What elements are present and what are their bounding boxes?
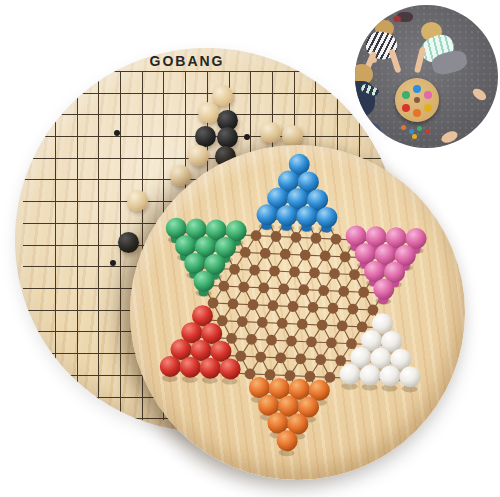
- board-hole: [244, 368, 255, 379]
- board-hole: [300, 249, 311, 260]
- board-hole: [270, 231, 281, 242]
- board-hole: [324, 372, 335, 383]
- board-hole: [347, 303, 358, 314]
- go-stone-black: [118, 232, 139, 253]
- mini-peg-blue: [413, 85, 421, 93]
- kid-right-arm: [414, 47, 426, 74]
- gobang-star-point: [244, 134, 250, 140]
- kid-behind-shirt: [393, 16, 401, 22]
- go-stone-black: [195, 126, 216, 147]
- board-hole: [249, 265, 260, 276]
- board-hole: [297, 319, 308, 330]
- board-hole: [349, 269, 360, 280]
- board-hole: [250, 230, 261, 241]
- board-hole: [226, 333, 237, 344]
- go-stone-natural: [282, 125, 303, 146]
- board-hole: [306, 336, 317, 347]
- scattered-peg: [412, 134, 417, 139]
- board-hole: [329, 268, 340, 279]
- board-hole: [218, 281, 229, 292]
- board-hole: [304, 371, 315, 382]
- board-hole: [229, 264, 240, 275]
- board-hole: [258, 282, 269, 293]
- mini-board-center-hole: [414, 97, 420, 103]
- board-hole: [278, 283, 289, 294]
- board-hole: [260, 248, 271, 259]
- board-hole: [295, 353, 306, 364]
- board-hole: [289, 266, 300, 277]
- board-hole: [337, 320, 348, 331]
- kid-middle-arm-2: [388, 49, 401, 74]
- board-hole: [266, 335, 277, 346]
- board-hole: [264, 369, 275, 380]
- board-hole: [235, 351, 246, 362]
- board-hole: [315, 354, 326, 365]
- board-hole: [257, 317, 268, 328]
- board-hole: [238, 281, 249, 292]
- board-hole: [317, 319, 328, 330]
- hand-right: [471, 87, 488, 103]
- gobang-title: GOBANG: [107, 53, 267, 69]
- mini-peg-orange: [413, 109, 421, 117]
- board-hole: [318, 285, 329, 296]
- board-hole: [310, 233, 321, 244]
- go-stone-natural: [127, 190, 148, 211]
- chinese-checkers-star: [130, 145, 465, 480]
- mini-peg-yellow: [424, 104, 432, 112]
- go-stone-natural: [170, 165, 191, 186]
- go-stone-natural: [188, 145, 209, 166]
- board-hole: [327, 303, 338, 314]
- board-hole: [307, 302, 318, 313]
- board-hole: [277, 318, 288, 329]
- board-hole: [284, 370, 295, 381]
- board-hole: [357, 321, 368, 332]
- board-hole: [358, 287, 369, 298]
- board-hole: [267, 300, 278, 311]
- board-hole: [246, 334, 257, 345]
- board-hole: [275, 352, 286, 363]
- board-hole: [335, 355, 346, 366]
- board-hole: [326, 337, 337, 348]
- board-hole: [298, 284, 309, 295]
- board-hole: [320, 250, 331, 261]
- scattered-peg: [401, 125, 406, 130]
- gobang-star-point: [110, 260, 116, 266]
- board-hole: [287, 301, 298, 312]
- scattered-peg: [417, 126, 422, 131]
- board-hole: [330, 233, 341, 244]
- scattered-peg: [425, 129, 430, 134]
- board-hole: [217, 315, 228, 326]
- shoe: [366, 120, 383, 137]
- board-hole: [269, 265, 280, 276]
- board-hole: [255, 351, 266, 362]
- board-hole: [207, 297, 218, 308]
- mini-peg-green: [402, 91, 410, 99]
- board-hole: [340, 251, 351, 262]
- board-hole: [338, 286, 349, 297]
- mini-peg-red: [402, 104, 410, 112]
- go-stone-natural: [260, 122, 281, 143]
- go-stone-black: [217, 127, 238, 148]
- mini-board: [395, 78, 439, 122]
- kid-left-hand: [368, 57, 377, 63]
- board-hole: [290, 232, 301, 243]
- board-hole: [247, 299, 258, 310]
- go-stone-natural: [212, 85, 233, 106]
- board-hole: [237, 316, 248, 327]
- board-hole: [280, 249, 291, 260]
- hand-bottom: [440, 129, 460, 145]
- board-hole: [309, 267, 320, 278]
- go-stone-natural: [198, 102, 219, 123]
- board-hole: [227, 298, 238, 309]
- board-hole: [286, 335, 297, 346]
- product-photo: GOBANG: [0, 0, 500, 497]
- board-hole: [367, 304, 378, 315]
- gobang-star-point: [114, 130, 120, 136]
- board-hole: [240, 247, 251, 258]
- lifestyle-photo-inset: [355, 5, 498, 148]
- chinese-checkers-board: [130, 145, 465, 480]
- board-hole: [346, 338, 357, 349]
- mini-peg-pink: [424, 91, 432, 99]
